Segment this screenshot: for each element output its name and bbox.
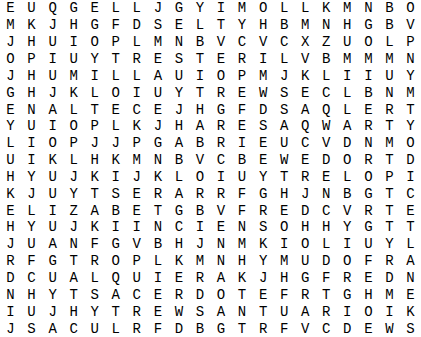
grid-cell[interactable]: L — [105, 67, 126, 84]
grid-cell[interactable]: I — [337, 236, 358, 253]
grid-cell[interactable]: A — [147, 67, 168, 84]
grid-cell[interactable]: E — [0, 202, 21, 219]
grid-cell[interactable]: N — [400, 51, 421, 68]
grid-cell[interactable]: O — [42, 135, 63, 152]
grid-cell[interactable]: V — [295, 320, 316, 337]
grid-cell[interactable]: K — [63, 84, 84, 101]
grid-cell[interactable]: B — [379, 17, 400, 34]
grid-cell[interactable]: T — [232, 320, 253, 337]
grid-cell[interactable]: E — [210, 219, 231, 236]
grid-cell[interactable]: R — [379, 253, 400, 270]
grid-cell[interactable]: N — [210, 253, 231, 270]
grid-cell[interactable]: Y — [400, 118, 421, 135]
grid-cell[interactable]: M — [295, 17, 316, 34]
grid-cell[interactable]: I — [253, 51, 274, 68]
grid-cell[interactable]: H — [337, 17, 358, 34]
grid-cell[interactable]: D — [400, 152, 421, 169]
grid-cell[interactable]: L — [274, 0, 295, 17]
grid-cell[interactable]: I — [105, 169, 126, 186]
grid-cell[interactable]: E — [358, 270, 379, 287]
grid-cell[interactable]: S — [84, 286, 105, 303]
grid-cell[interactable]: E — [84, 0, 105, 17]
grid-cell[interactable]: E — [232, 118, 253, 135]
grid-cell[interactable]: H — [232, 253, 253, 270]
grid-cell[interactable]: P — [126, 135, 147, 152]
grid-cell[interactable]: B — [316, 51, 337, 68]
grid-cell[interactable]: P — [126, 253, 147, 270]
grid-cell[interactable]: U — [168, 67, 189, 84]
grid-cell[interactable]: E — [358, 101, 379, 118]
grid-cell[interactable]: O — [0, 51, 21, 68]
grid-cell[interactable]: R — [189, 185, 210, 202]
grid-cell[interactable]: J — [189, 236, 210, 253]
grid-cell[interactable]: C — [232, 34, 253, 51]
grid-cell[interactable]: F — [358, 253, 379, 270]
grid-cell[interactable]: N — [147, 152, 168, 169]
grid-cell[interactable]: I — [210, 0, 231, 17]
grid-cell[interactable]: N — [168, 34, 189, 51]
grid-cell[interactable]: R — [316, 303, 337, 320]
grid-cell[interactable]: M — [63, 67, 84, 84]
grid-cell[interactable]: R — [295, 169, 316, 186]
grid-cell[interactable]: U — [147, 84, 168, 101]
grid-cell[interactable]: E — [295, 152, 316, 169]
grid-cell[interactable]: R — [210, 185, 231, 202]
grid-cell[interactable]: F — [316, 270, 337, 287]
grid-cell[interactable]: I — [42, 51, 63, 68]
grid-cell[interactable]: O — [253, 0, 274, 17]
grid-cell[interactable]: G — [63, 0, 84, 17]
grid-cell[interactable]: U — [63, 51, 84, 68]
grid-cell[interactable]: A — [84, 202, 105, 219]
grid-cell[interactable]: E — [147, 303, 168, 320]
grid-cell[interactable]: R — [210, 135, 231, 152]
grid-cell[interactable]: R — [295, 286, 316, 303]
grid-cell[interactable]: S — [274, 101, 295, 118]
grid-cell[interactable]: E — [232, 84, 253, 101]
grid-cell[interactable]: L — [105, 0, 126, 17]
grid-cell[interactable]: W — [274, 152, 295, 169]
grid-cell[interactable]: A — [295, 101, 316, 118]
grid-cell[interactable]: P — [379, 169, 400, 186]
grid-cell[interactable]: U — [42, 219, 63, 236]
grid-cell[interactable]: H — [316, 219, 337, 236]
grid-cell[interactable]: G — [210, 320, 231, 337]
grid-cell[interactable]: H — [274, 270, 295, 287]
grid-cell[interactable]: G — [358, 17, 379, 34]
grid-cell[interactable]: X — [295, 34, 316, 51]
grid-cell[interactable]: N — [358, 135, 379, 152]
grid-cell[interactable]: T — [253, 303, 274, 320]
grid-cell[interactable]: V — [126, 236, 147, 253]
grid-cell[interactable]: I — [337, 67, 358, 84]
grid-cell[interactable]: P — [232, 67, 253, 84]
grid-cell[interactable]: L — [274, 51, 295, 68]
grid-cell[interactable]: R — [210, 118, 231, 135]
grid-cell[interactable]: R — [253, 320, 274, 337]
grid-cell[interactable]: N — [232, 219, 253, 236]
grid-cell[interactable]: I — [105, 219, 126, 236]
grid-cell[interactable]: I — [147, 270, 168, 287]
grid-cell[interactable]: M — [253, 67, 274, 84]
grid-cell[interactable]: R — [379, 101, 400, 118]
grid-cell[interactable]: J — [42, 303, 63, 320]
grid-cell[interactable]: N — [358, 0, 379, 17]
grid-cell[interactable]: M — [358, 51, 379, 68]
grid-cell[interactable]: J — [126, 169, 147, 186]
grid-cell[interactable]: Y — [189, 0, 210, 17]
grid-cell[interactable]: O — [400, 135, 421, 152]
grid-cell[interactable]: R — [84, 253, 105, 270]
grid-cell[interactable]: H — [21, 84, 42, 101]
grid-cell[interactable]: C — [316, 320, 337, 337]
grid-cell[interactable]: L — [105, 320, 126, 337]
grid-cell[interactable]: I — [63, 34, 84, 51]
grid-cell[interactable]: H — [63, 303, 84, 320]
grid-cell[interactable]: O — [210, 286, 231, 303]
grid-cell[interactable]: I — [274, 236, 295, 253]
grid-cell[interactable]: K — [295, 67, 316, 84]
grid-cell[interactable]: H — [295, 219, 316, 236]
grid-cell[interactable]: M — [400, 84, 421, 101]
grid-cell[interactable]: D — [168, 320, 189, 337]
grid-cell[interactable]: I — [337, 303, 358, 320]
grid-cell[interactable]: B — [358, 84, 379, 101]
grid-cell[interactable]: Y — [253, 169, 274, 186]
grid-cell[interactable]: M — [379, 51, 400, 68]
grid-cell[interactable]: J — [253, 270, 274, 287]
grid-cell[interactable]: L — [337, 101, 358, 118]
grid-cell[interactable]: U — [21, 303, 42, 320]
grid-cell[interactable]: E — [253, 286, 274, 303]
grid-cell[interactable]: U — [337, 34, 358, 51]
grid-cell[interactable]: S — [105, 185, 126, 202]
grid-cell[interactable]: G — [168, 202, 189, 219]
grid-cell[interactable]: R — [168, 286, 189, 303]
grid-cell[interactable]: T — [105, 51, 126, 68]
grid-cell[interactable]: H — [21, 67, 42, 84]
grid-cell[interactable]: R — [126, 303, 147, 320]
grid-cell[interactable]: E — [0, 0, 21, 17]
grid-cell[interactable]: W — [316, 118, 337, 135]
grid-cell[interactable]: T — [400, 101, 421, 118]
grid-cell[interactable]: F — [274, 286, 295, 303]
grid-cell[interactable]: A — [168, 185, 189, 202]
grid-cell[interactable]: V — [210, 202, 231, 219]
grid-cell[interactable]: E — [253, 152, 274, 169]
grid-cell[interactable]: L — [316, 67, 337, 84]
grid-cell[interactable]: V — [210, 34, 231, 51]
grid-cell[interactable]: Y — [84, 303, 105, 320]
grid-cell[interactable]: O — [337, 152, 358, 169]
grid-cell[interactable]: O — [358, 34, 379, 51]
grid-cell[interactable]: O — [84, 34, 105, 51]
grid-cell[interactable]: B — [168, 152, 189, 169]
grid-cell[interactable]: Z — [316, 34, 337, 51]
grid-cell[interactable]: K — [84, 219, 105, 236]
grid-cell[interactable]: B — [189, 320, 210, 337]
grid-cell[interactable]: T — [189, 51, 210, 68]
grid-cell[interactable]: C — [63, 320, 84, 337]
grid-cell[interactable]: L — [105, 118, 126, 135]
grid-cell[interactable]: P — [21, 51, 42, 68]
grid-cell[interactable]: P — [105, 34, 126, 51]
grid-cell[interactable]: J — [0, 34, 21, 51]
grid-cell[interactable]: I — [232, 135, 253, 152]
grid-cell[interactable]: U — [42, 67, 63, 84]
grid-cell[interactable]: A — [42, 320, 63, 337]
grid-cell[interactable]: M — [232, 0, 253, 17]
grid-cell[interactable]: N — [232, 303, 253, 320]
grid-cell[interactable]: C — [400, 185, 421, 202]
grid-cell[interactable]: A — [105, 286, 126, 303]
grid-cell[interactable]: E — [274, 202, 295, 219]
grid-cell[interactable]: J — [63, 219, 84, 236]
grid-cell[interactable]: Y — [84, 51, 105, 68]
grid-cell[interactable]: C — [316, 202, 337, 219]
grid-cell[interactable]: I — [21, 152, 42, 169]
grid-cell[interactable]: H — [63, 17, 84, 34]
grid-cell[interactable]: C — [210, 152, 231, 169]
grid-cell[interactable]: U — [21, 118, 42, 135]
grid-cell[interactable]: B — [147, 236, 168, 253]
grid-cell[interactable]: R — [126, 51, 147, 68]
grid-cell[interactable]: S — [168, 51, 189, 68]
grid-cell[interactable]: E — [105, 101, 126, 118]
grid-cell[interactable]: T — [63, 253, 84, 270]
grid-cell[interactable]: N — [316, 185, 337, 202]
grid-cell[interactable]: T — [232, 286, 253, 303]
grid-cell[interactable]: H — [0, 219, 21, 236]
grid-cell[interactable]: N — [400, 270, 421, 287]
grid-cell[interactable]: D — [126, 17, 147, 34]
grid-cell[interactable]: E — [168, 17, 189, 34]
grid-cell[interactable]: C — [295, 135, 316, 152]
grid-cell[interactable]: E — [126, 202, 147, 219]
grid-cell[interactable]: R — [337, 270, 358, 287]
grid-cell[interactable]: D — [316, 152, 337, 169]
grid-cell[interactable]: K — [42, 152, 63, 169]
grid-cell[interactable]: T — [84, 101, 105, 118]
grid-cell[interactable]: V — [337, 202, 358, 219]
grid-cell[interactable]: I — [126, 84, 147, 101]
grid-cell[interactable]: E — [358, 320, 379, 337]
grid-cell[interactable]: B — [189, 135, 210, 152]
grid-cell[interactable]: G — [147, 135, 168, 152]
grid-cell[interactable]: F — [84, 236, 105, 253]
grid-cell[interactable]: H — [168, 236, 189, 253]
grid-cell[interactable]: B — [274, 17, 295, 34]
grid-cell[interactable]: G — [84, 17, 105, 34]
grid-cell[interactable]: G — [358, 185, 379, 202]
grid-cell[interactable]: S — [274, 84, 295, 101]
grid-cell[interactable]: Q — [42, 0, 63, 17]
grid-cell[interactable]: D — [189, 286, 210, 303]
grid-cell[interactable]: B — [189, 34, 210, 51]
grid-cell[interactable]: J — [295, 185, 316, 202]
grid-cell[interactable]: O — [189, 169, 210, 186]
grid-cell[interactable]: L — [337, 84, 358, 101]
grid-cell[interactable]: U — [21, 236, 42, 253]
grid-cell[interactable]: G — [337, 286, 358, 303]
grid-cell[interactable]: I — [358, 67, 379, 84]
grid-cell[interactable]: R — [210, 84, 231, 101]
grid-cell[interactable]: F — [105, 17, 126, 34]
grid-cell[interactable]: D — [0, 270, 21, 287]
grid-cell[interactable]: M — [379, 286, 400, 303]
grid-cell[interactable]: O — [105, 253, 126, 270]
grid-cell[interactable]: C — [316, 84, 337, 101]
grid-cell[interactable]: O — [63, 118, 84, 135]
grid-cell[interactable]: H — [21, 286, 42, 303]
grid-cell[interactable]: Z — [63, 202, 84, 219]
grid-cell[interactable]: H — [274, 185, 295, 202]
grid-cell[interactable]: R — [126, 320, 147, 337]
grid-cell[interactable]: L — [400, 236, 421, 253]
grid-cell[interactable]: Y — [21, 219, 42, 236]
grid-cell[interactable]: I — [42, 118, 63, 135]
grid-cell[interactable]: F — [147, 320, 168, 337]
grid-cell[interactable]: T — [210, 17, 231, 34]
grid-cell[interactable]: C — [126, 101, 147, 118]
grid-cell[interactable]: R — [147, 185, 168, 202]
grid-cell[interactable]: A — [63, 270, 84, 287]
grid-cell[interactable]: J — [168, 101, 189, 118]
grid-cell[interactable]: K — [400, 303, 421, 320]
grid-cell[interactable]: E — [0, 101, 21, 118]
grid-cell[interactable]: M — [232, 236, 253, 253]
grid-cell[interactable]: R — [253, 202, 274, 219]
grid-cell[interactable]: P — [84, 118, 105, 135]
grid-cell[interactable]: V — [295, 51, 316, 68]
grid-cell[interactable]: U — [42, 185, 63, 202]
grid-cell[interactable]: Y — [21, 169, 42, 186]
grid-cell[interactable]: H — [253, 17, 274, 34]
grid-cell[interactable]: E — [316, 169, 337, 186]
grid-cell[interactable]: J — [0, 67, 21, 84]
grid-cell[interactable]: K — [21, 17, 42, 34]
grid-cell[interactable]: D — [379, 270, 400, 287]
grid-cell[interactable]: R — [358, 118, 379, 135]
grid-cell[interactable]: K — [84, 169, 105, 186]
grid-cell[interactable]: U — [232, 169, 253, 186]
grid-cell[interactable]: R — [232, 51, 253, 68]
grid-cell[interactable]: J — [0, 320, 21, 337]
grid-cell[interactable]: U — [274, 303, 295, 320]
grid-cell[interactable]: J — [63, 169, 84, 186]
grid-cell[interactable]: T — [379, 185, 400, 202]
grid-cell[interactable]: N — [21, 101, 42, 118]
grid-cell[interactable]: J — [84, 135, 105, 152]
grid-cell[interactable]: U — [126, 270, 147, 287]
grid-cell[interactable]: K — [168, 253, 189, 270]
grid-cell[interactable]: O — [358, 169, 379, 186]
grid-cell[interactable]: S — [189, 303, 210, 320]
grid-cell[interactable]: A — [210, 303, 231, 320]
grid-cell[interactable]: K — [316, 0, 337, 17]
grid-cell[interactable]: W — [379, 320, 400, 337]
grid-cell[interactable]: B — [189, 202, 210, 219]
grid-cell[interactable]: D — [337, 135, 358, 152]
grid-cell[interactable]: H — [21, 34, 42, 51]
grid-cell[interactable]: K — [105, 152, 126, 169]
grid-cell[interactable]: D — [316, 253, 337, 270]
grid-cell[interactable]: I — [189, 219, 210, 236]
grid-cell[interactable]: U — [84, 320, 105, 337]
grid-cell[interactable]: L — [63, 101, 84, 118]
grid-cell[interactable]: O — [274, 219, 295, 236]
grid-cell[interactable]: K — [253, 236, 274, 253]
grid-cell[interactable]: S — [147, 17, 168, 34]
grid-cell[interactable]: L — [126, 34, 147, 51]
grid-cell[interactable]: M — [189, 253, 210, 270]
grid-cell[interactable]: A — [42, 236, 63, 253]
grid-cell[interactable]: L — [147, 253, 168, 270]
grid-cell[interactable]: Y — [400, 67, 421, 84]
grid-cell[interactable]: L — [21, 202, 42, 219]
grid-cell[interactable]: E — [147, 51, 168, 68]
grid-cell[interactable]: O — [210, 67, 231, 84]
grid-cell[interactable]: J — [42, 84, 63, 101]
grid-cell[interactable]: N — [379, 84, 400, 101]
grid-cell[interactable]: B — [232, 152, 253, 169]
grid-cell[interactable]: H — [84, 152, 105, 169]
grid-cell[interactable]: E — [295, 84, 316, 101]
grid-cell[interactable]: T — [379, 118, 400, 135]
grid-cell[interactable]: B — [105, 202, 126, 219]
grid-cell[interactable]: T — [379, 219, 400, 236]
grid-cell[interactable]: P — [400, 34, 421, 51]
grid-cell[interactable]: W — [168, 303, 189, 320]
grid-cell[interactable]: Y — [42, 286, 63, 303]
grid-cell[interactable]: G — [253, 185, 274, 202]
grid-cell[interactable]: O — [295, 236, 316, 253]
grid-cell[interactable]: G — [0, 84, 21, 101]
grid-cell[interactable]: E — [147, 286, 168, 303]
grid-cell[interactable]: O — [400, 0, 421, 17]
grid-cell[interactable]: A — [168, 135, 189, 152]
grid-cell[interactable]: S — [253, 118, 274, 135]
grid-cell[interactable]: T — [400, 219, 421, 236]
grid-cell[interactable]: L — [168, 169, 189, 186]
grid-cell[interactable]: I — [400, 169, 421, 186]
grid-cell[interactable]: J — [21, 185, 42, 202]
grid-cell[interactable]: K — [126, 118, 147, 135]
grid-cell[interactable]: G — [210, 101, 231, 118]
grid-cell[interactable]: L — [63, 152, 84, 169]
grid-cell[interactable]: A — [274, 118, 295, 135]
grid-cell[interactable]: O — [358, 303, 379, 320]
grid-cell[interactable]: M — [379, 135, 400, 152]
grid-cell[interactable]: J — [147, 118, 168, 135]
grid-cell[interactable]: H — [358, 286, 379, 303]
grid-cell[interactable]: K — [232, 270, 253, 287]
grid-cell[interactable]: Y — [168, 84, 189, 101]
grid-cell[interactable]: I — [84, 67, 105, 84]
grid-cell[interactable]: U — [21, 0, 42, 17]
grid-cell[interactable]: C — [126, 286, 147, 303]
grid-cell[interactable]: F — [232, 101, 253, 118]
grid-cell[interactable]: E — [168, 270, 189, 287]
grid-cell[interactable]: D — [253, 101, 274, 118]
grid-cell[interactable]: O — [337, 253, 358, 270]
grid-cell[interactable]: F — [274, 320, 295, 337]
grid-cell[interactable]: T — [105, 303, 126, 320]
grid-cell[interactable]: I — [21, 135, 42, 152]
grid-cell[interactable]: U — [379, 67, 400, 84]
grid-cell[interactable]: B — [337, 185, 358, 202]
grid-cell[interactable]: T — [147, 202, 168, 219]
